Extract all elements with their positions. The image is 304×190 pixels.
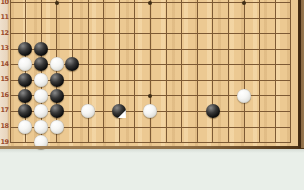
grid-line-vertical bbox=[275, 0, 276, 143]
board-edge-bottom bbox=[0, 146, 304, 149]
row-coordinate-label: 12 bbox=[0, 30, 9, 37]
stone-black-c3r13 bbox=[34, 42, 48, 56]
grid-line-horizontal bbox=[10, 49, 292, 50]
grid-line-vertical bbox=[290, 0, 291, 143]
stone-white-c2r18 bbox=[18, 120, 32, 134]
star-point bbox=[242, 1, 246, 5]
grid-line-vertical bbox=[150, 0, 151, 143]
grid-line-horizontal bbox=[10, 18, 292, 19]
grid-line-vertical bbox=[212, 0, 213, 143]
stone-black-c8r17 bbox=[112, 104, 126, 118]
grid-line-vertical bbox=[72, 0, 73, 143]
grid-line-vertical bbox=[134, 0, 135, 143]
grid-line-vertical bbox=[103, 0, 104, 143]
stone-black-c5r14 bbox=[65, 57, 79, 71]
go-board[interactable]: 10111213141516171819 bbox=[0, 0, 298, 146]
stone-white-c3r16 bbox=[34, 89, 48, 103]
grid-line-vertical bbox=[228, 0, 229, 143]
stone-white-c4r14 bbox=[50, 57, 64, 71]
stone-white-c16r16 bbox=[237, 89, 251, 103]
stone-white-c6r17 bbox=[81, 104, 95, 118]
grid-line-vertical bbox=[166, 0, 167, 143]
row-coordinate-label: 15 bbox=[0, 76, 9, 83]
grid-line-horizontal bbox=[10, 33, 292, 34]
row-coordinate-label: 10 bbox=[0, 0, 9, 6]
grid-line-vertical bbox=[181, 0, 182, 143]
star-point bbox=[55, 1, 59, 5]
star-point bbox=[148, 1, 152, 5]
stone-white-c3r18 bbox=[34, 120, 48, 134]
stone-white-c2r14 bbox=[18, 57, 32, 71]
bottom-panel bbox=[0, 148, 304, 190]
row-coordinate-label: 11 bbox=[0, 14, 9, 21]
board-edge-right bbox=[298, 0, 304, 148]
stone-black-c4r17 bbox=[50, 104, 64, 118]
stone-black-c14r17 bbox=[206, 104, 220, 118]
stone-black-c4r16 bbox=[50, 89, 64, 103]
grid-line-vertical bbox=[88, 0, 89, 143]
stone-black-c2r13 bbox=[18, 42, 32, 56]
go-app-screenshot: 10111213141516171819 bbox=[0, 0, 304, 190]
stone-black-c2r15 bbox=[18, 73, 32, 87]
stone-white-c10r17 bbox=[143, 104, 157, 118]
row-coordinate-label: 18 bbox=[0, 123, 9, 130]
last-move-triangle-marker bbox=[118, 110, 126, 118]
row-coordinate-label: 19 bbox=[0, 139, 9, 146]
stone-black-c2r16 bbox=[18, 89, 32, 103]
row-coordinate-label: 13 bbox=[0, 45, 9, 52]
grid-line-vertical bbox=[244, 0, 245, 143]
stone-white-c3r17 bbox=[34, 104, 48, 118]
grid-line-vertical bbox=[119, 0, 120, 143]
stone-black-c4r15 bbox=[50, 73, 64, 87]
stone-white-c3r15 bbox=[34, 73, 48, 87]
grid-line-horizontal bbox=[10, 142, 292, 143]
stone-black-c3r14 bbox=[34, 57, 48, 71]
grid-line-vertical bbox=[10, 0, 11, 143]
row-coordinate-label: 16 bbox=[0, 92, 9, 99]
row-coordinate-label: 14 bbox=[0, 61, 9, 68]
stone-white-c4r18 bbox=[50, 120, 64, 134]
stone-black-c2r17 bbox=[18, 104, 32, 118]
row-coordinate-label: 17 bbox=[0, 107, 9, 114]
grid-line-vertical bbox=[259, 0, 260, 143]
star-point bbox=[148, 94, 152, 98]
grid-line-vertical bbox=[197, 0, 198, 143]
